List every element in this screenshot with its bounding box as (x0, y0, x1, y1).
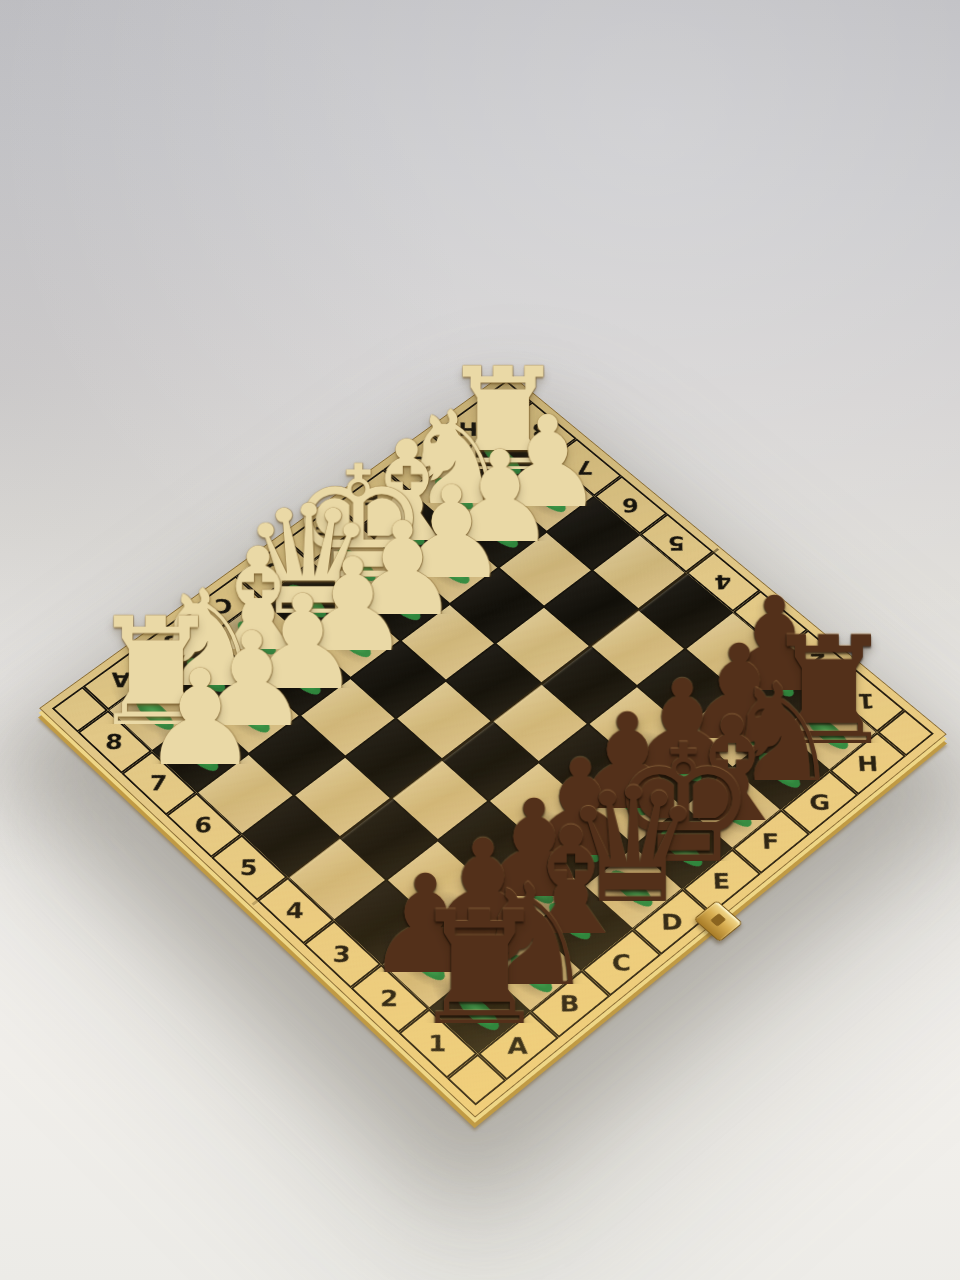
coord-file-F-far-glyph: F (364, 487, 381, 509)
coord-file-H-far-glyph: H (458, 417, 478, 439)
coord-rank-4-far-glyph: 4 (714, 570, 732, 593)
coord-rank-4-near-glyph: 4 (286, 898, 305, 923)
coord-rank-3-far-glyph: 3 (761, 609, 779, 632)
coord-rank-8-far-glyph: 8 (532, 419, 549, 441)
coord-file-B-far-glyph: B (163, 631, 183, 654)
coord-rank-1-far-glyph: 1 (857, 689, 876, 713)
coord-file-B-near-glyph: B (560, 991, 580, 1017)
coord-rank-8-near-glyph: 8 (105, 730, 124, 754)
coord-rank-7-near-glyph: 7 (150, 771, 169, 795)
coord-file-G-near-glyph: G (809, 790, 831, 814)
square-b5 (295, 758, 389, 836)
coord-file-E-near-glyph: E (713, 869, 731, 894)
band-corner-2 (52, 686, 108, 732)
square-c4 (393, 761, 487, 839)
square-b6 (250, 717, 344, 794)
coord-rank-1-near-glyph: 1 (429, 1030, 448, 1056)
coord-file-E-far-glyph: E (314, 522, 331, 544)
coord-file-G-far-glyph: G (410, 452, 430, 474)
square-g1 (734, 731, 828, 809)
coord-file-H-near-glyph: H (857, 751, 880, 775)
coord-rank-7-far-glyph: 7 (577, 456, 594, 478)
coord-rank-5-near-glyph: 5 (240, 855, 259, 880)
coord-rank-6-near-glyph: 6 (194, 813, 213, 838)
coord-file-A-near-glyph: A (508, 1033, 529, 1059)
coord-file-C-near-glyph: C (612, 950, 632, 976)
square-d4 (443, 722, 537, 799)
band-corner-3 (447, 1054, 507, 1106)
square-a5 (243, 797, 338, 876)
coord-rank-2-near-glyph: 2 (380, 986, 399, 1012)
square-b4 (341, 799, 436, 878)
coord-file-D-near-glyph: D (661, 909, 683, 934)
coord-rank-5-far-glyph: 5 (668, 532, 686, 554)
square-c5 (347, 720, 441, 797)
coord-file-D-far-glyph: D (263, 558, 284, 581)
coord-rank-2-far-glyph: 2 (809, 649, 828, 672)
coord-rank-3-near-glyph: 3 (333, 941, 352, 967)
coord-file-C-far-glyph: C (214, 594, 233, 617)
coord-rank-6-far-glyph: 6 (622, 494, 639, 516)
coord-file-A-far-glyph: A (111, 668, 132, 691)
coord-file-F-near-glyph: F (762, 829, 781, 854)
